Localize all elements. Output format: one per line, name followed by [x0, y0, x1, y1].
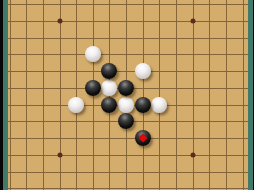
grid-line-vertical — [193, 0, 194, 190]
white-stone — [151, 97, 167, 113]
grid-line-vertical — [209, 0, 210, 190]
black-stone — [85, 80, 101, 96]
white-stone — [118, 97, 134, 113]
grid-line-horizontal — [8, 188, 249, 189]
letterbox-left-teal — [3, 0, 8, 190]
grid-line-horizontal — [8, 21, 249, 22]
star-point — [190, 18, 195, 23]
grid-line-vertical — [76, 0, 77, 190]
grid-line-vertical — [60, 0, 61, 190]
grid-line-vertical — [176, 0, 177, 190]
white-stone — [101, 80, 117, 96]
white-stone — [85, 46, 101, 62]
letterbox-right-black — [253, 0, 254, 190]
grid-line-horizontal — [8, 71, 249, 72]
black-stone — [101, 97, 117, 113]
last-move-marker — [138, 134, 146, 142]
grid-line-vertical — [143, 0, 144, 190]
black-stone — [101, 63, 117, 79]
black-stone — [118, 113, 134, 129]
grid-line-horizontal — [8, 38, 249, 39]
star-point — [190, 152, 195, 157]
grid-line-vertical — [243, 0, 244, 190]
grid-line-vertical — [226, 0, 227, 190]
gomoku-game-screenshot — [0, 0, 254, 190]
gomoku-board[interactable] — [0, 0, 254, 190]
black-stone — [118, 80, 134, 96]
grid-line-vertical — [26, 0, 27, 190]
grid-line-horizontal — [8, 138, 249, 139]
grid-line-vertical — [159, 0, 160, 190]
white-stone — [135, 63, 151, 79]
star-point — [57, 152, 62, 157]
black-stone — [135, 130, 151, 146]
white-stone — [68, 97, 84, 113]
star-point — [57, 18, 62, 23]
grid-line-vertical — [43, 0, 44, 190]
black-stone — [135, 97, 151, 113]
grid-line-horizontal — [8, 4, 249, 5]
grid-line-horizontal — [8, 172, 249, 173]
grid-line-horizontal — [8, 155, 249, 156]
grid-line-vertical — [10, 0, 11, 190]
grid-line-horizontal — [8, 54, 249, 55]
